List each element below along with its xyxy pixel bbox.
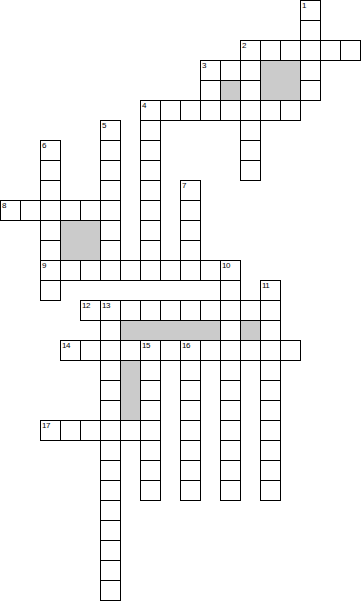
cell[interactable] <box>40 200 61 221</box>
cell[interactable] <box>180 400 201 421</box>
cell[interactable]: 3 <box>200 60 221 81</box>
shaded-cell[interactable] <box>60 220 81 241</box>
cell[interactable] <box>300 60 321 81</box>
cell[interactable] <box>140 440 161 461</box>
cell[interactable]: 12 <box>80 300 101 321</box>
cell[interactable] <box>280 100 301 121</box>
clue-number: 9 <box>42 261 46 270</box>
cell[interactable] <box>220 60 241 81</box>
cell[interactable] <box>260 460 281 481</box>
cell[interactable] <box>140 140 161 161</box>
cell[interactable] <box>40 160 61 181</box>
clue-number: 6 <box>42 141 46 150</box>
cell[interactable] <box>260 380 281 401</box>
cell[interactable] <box>80 340 101 361</box>
cell[interactable] <box>180 260 201 281</box>
clue-number: 7 <box>182 181 186 190</box>
cell[interactable]: 5 <box>100 120 121 141</box>
cell[interactable] <box>140 460 161 481</box>
cell[interactable] <box>180 200 201 221</box>
cell[interactable] <box>260 400 281 421</box>
cell[interactable] <box>180 240 201 261</box>
cell[interactable] <box>140 160 161 181</box>
shaded-cell[interactable] <box>260 80 281 101</box>
cell[interactable] <box>260 420 281 441</box>
shaded-cell[interactable] <box>120 360 141 381</box>
cell[interactable] <box>260 340 281 361</box>
cell[interactable] <box>140 380 161 401</box>
cell[interactable] <box>240 100 261 121</box>
cell[interactable] <box>140 220 161 241</box>
cell[interactable] <box>220 280 241 301</box>
cell[interactable] <box>160 260 181 281</box>
cell[interactable] <box>260 440 281 461</box>
cell[interactable] <box>240 60 261 81</box>
cell[interactable]: 16 <box>180 340 201 361</box>
cell[interactable] <box>180 480 201 501</box>
cell[interactable] <box>140 420 161 441</box>
cell[interactable] <box>260 300 281 321</box>
shaded-cell[interactable] <box>120 320 141 341</box>
cell[interactable]: 6 <box>40 140 61 161</box>
shaded-cell[interactable] <box>80 220 101 241</box>
shaded-cell[interactable] <box>280 60 301 81</box>
cell[interactable] <box>240 160 261 181</box>
cell[interactable] <box>220 420 241 441</box>
clue-number: 5 <box>102 121 106 130</box>
cell[interactable]: 11 <box>260 280 281 301</box>
cell[interactable] <box>140 200 161 221</box>
cell[interactable] <box>80 200 101 221</box>
cell[interactable] <box>240 120 261 141</box>
crossword-board: 1234567891011121314151617 <box>0 0 361 601</box>
cell[interactable] <box>140 120 161 141</box>
cell[interactable] <box>80 420 101 441</box>
cell[interactable] <box>120 260 141 281</box>
cell[interactable] <box>200 300 221 321</box>
cell[interactable] <box>260 320 281 341</box>
cell[interactable] <box>180 420 201 441</box>
cell[interactable] <box>100 540 121 561</box>
cell[interactable] <box>120 420 141 441</box>
cell[interactable] <box>80 260 101 281</box>
shaded-cell[interactable] <box>120 400 141 421</box>
cell[interactable] <box>200 100 221 121</box>
shaded-cell[interactable] <box>140 320 161 341</box>
cell[interactable] <box>60 420 81 441</box>
cell[interactable] <box>200 260 221 281</box>
cell[interactable] <box>160 100 181 121</box>
cell[interactable] <box>340 40 361 61</box>
shaded-cell[interactable] <box>200 320 221 341</box>
cell[interactable] <box>100 320 121 341</box>
clue-number: 15 <box>142 341 150 350</box>
clue-number: 13 <box>102 301 110 310</box>
cell[interactable] <box>220 480 241 501</box>
cell[interactable] <box>100 180 121 201</box>
cell[interactable] <box>160 300 181 321</box>
cell[interactable] <box>300 40 321 61</box>
cell[interactable] <box>100 340 121 361</box>
cell[interactable] <box>260 360 281 381</box>
cell[interactable] <box>100 380 121 401</box>
cell[interactable] <box>220 340 241 361</box>
cell[interactable]: 2 <box>240 40 261 61</box>
cell[interactable]: 8 <box>0 200 21 221</box>
cell[interactable] <box>140 360 161 381</box>
cell[interactable] <box>40 280 61 301</box>
cell[interactable] <box>180 440 201 461</box>
cell[interactable] <box>100 220 121 241</box>
cell[interactable] <box>100 440 121 461</box>
cell[interactable]: 10 <box>220 260 241 281</box>
cell[interactable] <box>100 160 121 181</box>
cell[interactable] <box>160 340 181 361</box>
shaded-cell[interactable] <box>80 240 101 261</box>
cell[interactable] <box>140 480 161 501</box>
cell[interactable] <box>100 360 121 381</box>
cell[interactable] <box>100 480 121 501</box>
shaded-cell[interactable] <box>180 320 201 341</box>
cell[interactable] <box>140 400 161 421</box>
clue-number: 10 <box>222 261 230 270</box>
cell[interactable] <box>100 460 121 481</box>
cell[interactable]: 1 <box>300 0 321 21</box>
cell[interactable] <box>320 40 341 61</box>
cell[interactable]: 15 <box>140 340 161 361</box>
cell[interactable] <box>100 240 121 261</box>
cell[interactable] <box>220 100 241 121</box>
cell[interactable] <box>140 260 161 281</box>
cell[interactable] <box>60 260 81 281</box>
clue-number: 4 <box>142 101 146 110</box>
cell[interactable] <box>220 320 241 341</box>
cell[interactable] <box>180 460 201 481</box>
clue-number: 2 <box>242 41 246 50</box>
cell[interactable] <box>40 220 61 241</box>
cell[interactable]: 9 <box>40 260 61 281</box>
clue-number: 1 <box>302 1 306 10</box>
cell[interactable] <box>220 360 241 381</box>
cell[interactable] <box>100 400 121 421</box>
shaded-cell[interactable] <box>120 380 141 401</box>
cell[interactable] <box>140 180 161 201</box>
clue-number: 3 <box>202 61 206 70</box>
shaded-cell[interactable] <box>60 240 81 261</box>
cell[interactable] <box>300 80 321 101</box>
clue-number: 14 <box>62 341 70 350</box>
cell[interactable]: 4 <box>140 100 161 121</box>
cell[interactable]: 14 <box>60 340 81 361</box>
cell[interactable] <box>100 560 121 581</box>
shaded-cell[interactable] <box>240 320 261 341</box>
cell[interactable] <box>220 380 241 401</box>
clue-number: 16 <box>182 341 190 350</box>
shaded-cell[interactable] <box>260 60 281 81</box>
cell[interactable] <box>300 20 321 41</box>
cell[interactable] <box>220 400 241 421</box>
cell[interactable] <box>100 200 121 221</box>
cell[interactable]: 7 <box>180 180 201 201</box>
cell[interactable] <box>200 340 221 361</box>
cell[interactable] <box>260 100 281 121</box>
cell[interactable] <box>100 520 121 541</box>
clue-number: 8 <box>2 201 6 210</box>
cell[interactable] <box>180 360 201 381</box>
cell[interactable] <box>260 40 281 61</box>
cell[interactable] <box>100 140 121 161</box>
cell[interactable] <box>180 100 201 121</box>
cell[interactable] <box>120 300 141 321</box>
clue-number: 12 <box>82 301 90 310</box>
cell[interactable] <box>140 240 161 261</box>
cell[interactable] <box>200 80 221 101</box>
cell[interactable] <box>280 340 301 361</box>
clue-number: 11 <box>262 281 269 290</box>
shaded-cell[interactable] <box>280 80 301 101</box>
cell[interactable] <box>180 220 201 241</box>
shaded-cell[interactable] <box>160 320 181 341</box>
cell[interactable]: 17 <box>40 420 61 441</box>
cell[interactable] <box>240 80 261 101</box>
cell[interactable] <box>100 580 121 601</box>
cell[interactable] <box>220 460 241 481</box>
cell[interactable]: 13 <box>100 300 121 321</box>
cell[interactable] <box>40 180 61 201</box>
cell[interactable] <box>120 340 141 361</box>
cell[interactable] <box>100 260 121 281</box>
cell[interactable] <box>180 300 201 321</box>
cell[interactable] <box>100 500 121 521</box>
cell[interactable] <box>60 200 81 221</box>
cell[interactable] <box>280 40 301 61</box>
shaded-cell[interactable] <box>220 80 241 101</box>
cell[interactable] <box>20 200 41 221</box>
cell[interactable] <box>220 440 241 461</box>
cell[interactable] <box>240 300 261 321</box>
cell[interactable] <box>100 420 121 441</box>
cell[interactable] <box>260 480 281 501</box>
cell[interactable] <box>220 300 241 321</box>
cell[interactable] <box>180 380 201 401</box>
clue-number: 17 <box>42 421 50 430</box>
cell[interactable] <box>40 240 61 261</box>
cell[interactable] <box>240 340 261 361</box>
cell[interactable] <box>240 140 261 161</box>
cell[interactable] <box>140 300 161 321</box>
